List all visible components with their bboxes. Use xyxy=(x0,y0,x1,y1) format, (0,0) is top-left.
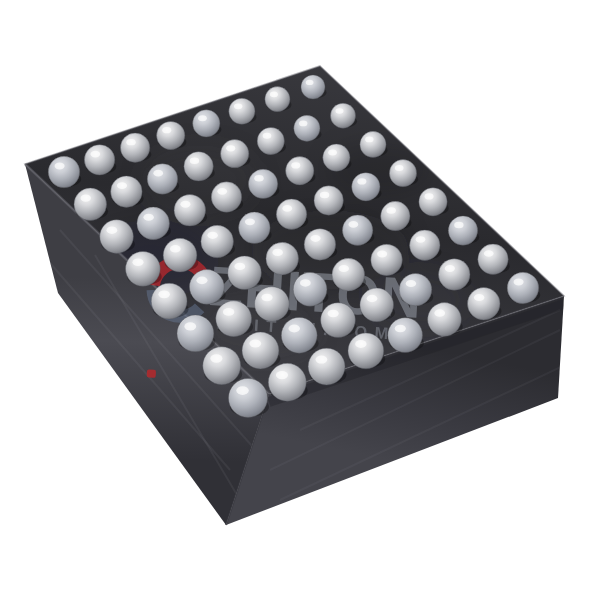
ball-highlight xyxy=(339,265,349,272)
ball-sphere xyxy=(201,225,234,258)
ball-sphere xyxy=(242,332,279,369)
ball-highlight xyxy=(276,371,288,379)
ball-highlight xyxy=(245,218,255,225)
ball-sphere xyxy=(428,303,462,337)
ball-highlight xyxy=(282,205,292,212)
ball-highlight xyxy=(306,80,314,85)
ball-sphere xyxy=(203,347,241,385)
ball-sphere xyxy=(321,303,356,338)
ball-highlight xyxy=(263,133,272,139)
ball-sphere xyxy=(330,103,355,128)
ball-highlight xyxy=(328,310,339,318)
ball-sphere xyxy=(184,152,213,181)
ball-highlight xyxy=(270,92,278,98)
ball-blue-tint xyxy=(193,110,219,136)
ball-highlight xyxy=(474,294,484,301)
ball-sphere xyxy=(74,188,107,221)
ball-highlight xyxy=(310,235,320,242)
ball-sphere xyxy=(360,288,394,322)
ball-blue-tint xyxy=(148,164,177,193)
ball-highlight xyxy=(386,207,395,213)
ball-sphere xyxy=(266,242,299,275)
ball-sphere xyxy=(323,144,350,171)
ball-blue-tint xyxy=(282,318,316,352)
ball-highlight xyxy=(395,165,404,171)
ball-highlight xyxy=(162,127,171,133)
ball-highlight xyxy=(300,279,311,286)
ball-sphere xyxy=(389,160,416,187)
ball-highlight xyxy=(234,103,242,109)
ball-blue-tint xyxy=(388,318,421,351)
ball-highlight xyxy=(454,222,463,228)
ball-sphere xyxy=(100,220,134,254)
ball-highlight xyxy=(348,221,358,228)
ball-sphere xyxy=(229,98,255,124)
ball-sphere xyxy=(381,201,410,230)
ball-highlight xyxy=(425,193,434,199)
ball-highlight xyxy=(355,340,366,348)
ball-sphere xyxy=(467,287,500,320)
ball-blue-tint xyxy=(190,270,223,303)
ball-sphere xyxy=(265,87,290,112)
ball-highlight xyxy=(236,386,248,395)
ball-highlight xyxy=(170,245,181,252)
ball-highlight xyxy=(196,277,207,285)
ball-highlight xyxy=(180,201,190,208)
ball-blue-tint xyxy=(301,75,324,98)
ball-sphere xyxy=(111,176,143,208)
ball-highlight xyxy=(335,108,343,114)
ball-highlight xyxy=(153,170,163,177)
ball-sphere xyxy=(84,145,114,175)
ball-sphere xyxy=(314,186,343,215)
ball-sphere xyxy=(308,348,345,385)
ball-blue-tint xyxy=(294,116,319,141)
ball-blue-tint xyxy=(400,274,431,305)
ball-highlight xyxy=(320,192,329,198)
ball-blue-tint xyxy=(294,273,326,305)
ball-highlight xyxy=(226,145,235,151)
product-photo: ZHITON ZHITON.COM xyxy=(0,0,600,600)
ball-highlight xyxy=(210,354,222,362)
ball-highlight xyxy=(357,178,366,184)
ball-highlight xyxy=(299,121,307,127)
bga-chip: ZHITON ZHITON.COM xyxy=(0,0,600,600)
ball-highlight xyxy=(484,250,494,257)
ball-sphere xyxy=(120,133,149,162)
ball-highlight xyxy=(158,290,169,298)
ball-highlight xyxy=(184,322,196,330)
ball-sphere xyxy=(286,157,314,185)
ball-sphere xyxy=(410,230,440,260)
ball-sphere xyxy=(221,140,249,168)
ball-sphere xyxy=(211,182,241,212)
ball-highlight xyxy=(249,339,261,347)
ball-highlight xyxy=(217,188,227,195)
ball-blue-tint xyxy=(178,316,213,351)
ball-highlight xyxy=(316,356,328,364)
ball-highlight xyxy=(132,258,143,266)
ball-highlight xyxy=(207,232,217,239)
ball-sphere xyxy=(276,199,306,229)
ball-sphere xyxy=(228,256,262,290)
ball-highlight xyxy=(106,226,117,233)
ball-highlight xyxy=(288,325,299,333)
ball-sphere xyxy=(257,127,284,154)
ball-sphere xyxy=(438,259,470,291)
ball-blue-tint xyxy=(343,216,372,245)
ball-highlight xyxy=(272,249,282,256)
ball-blue-tint xyxy=(352,173,379,200)
ball-sphere xyxy=(478,244,508,274)
ball-highlight xyxy=(143,214,153,221)
ball-highlight xyxy=(126,139,135,145)
ball-highlight xyxy=(90,151,100,158)
ball-sphere xyxy=(163,238,197,272)
ball-sphere xyxy=(174,194,206,226)
ball-sphere xyxy=(419,188,447,216)
ball-highlight xyxy=(328,149,337,155)
ball-sphere xyxy=(371,244,403,276)
ball-sphere xyxy=(216,301,252,337)
ball-highlight xyxy=(367,295,378,302)
ball-highlight xyxy=(55,163,65,170)
ball-highlight xyxy=(117,182,127,189)
ball-sphere xyxy=(126,252,161,287)
ball-highlight xyxy=(434,309,445,316)
ball-highlight xyxy=(291,162,300,168)
ball-highlight xyxy=(81,195,91,202)
ball-blue-tint xyxy=(508,273,538,303)
ball-highlight xyxy=(261,294,272,302)
ball-highlight xyxy=(223,308,234,316)
ball-blue-tint xyxy=(49,157,79,187)
ball-highlight xyxy=(514,279,524,286)
ball-highlight xyxy=(445,265,455,272)
ball-sphere xyxy=(151,283,187,319)
ball-sphere xyxy=(348,333,384,369)
ball-sphere xyxy=(304,229,336,260)
ball-highlight xyxy=(254,175,263,181)
ball-sphere xyxy=(360,131,386,157)
ball-highlight xyxy=(416,236,426,243)
ball-highlight xyxy=(377,251,387,258)
ball-blue-tint xyxy=(449,216,477,244)
ball-highlight xyxy=(234,263,245,270)
ball-sphere xyxy=(332,258,365,291)
ball-blue-tint xyxy=(229,379,266,416)
watermark-red-mark xyxy=(147,369,156,378)
ball-highlight xyxy=(198,115,207,121)
ball-blue-tint xyxy=(249,170,277,198)
ball-sphere xyxy=(157,121,185,149)
ball-sphere xyxy=(268,363,306,401)
ball-highlight xyxy=(406,280,416,287)
ball-highlight xyxy=(395,325,406,333)
ball-blue-tint xyxy=(138,208,169,239)
ball-highlight xyxy=(365,137,373,143)
ball-blue-tint xyxy=(239,213,269,243)
ball-highlight xyxy=(190,158,199,164)
ball-sphere xyxy=(255,287,290,322)
